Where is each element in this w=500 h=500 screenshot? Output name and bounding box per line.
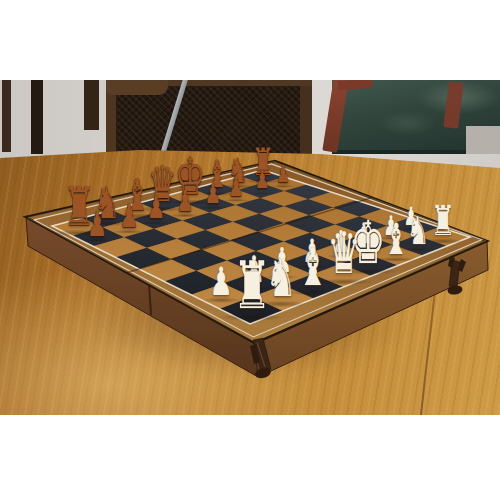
piece-white-bishop-c1: ♝ bbox=[298, 241, 329, 293]
piece-black-pawn-h7: ♟ bbox=[276, 163, 290, 187]
auction-photo-frame: ♜♞♝♛♚♝♞♜♟♟♟♟♟♟♟♟♟♟♟♟♟♟♟♟♜♞♝♛♚♝♞♜ bbox=[0, 0, 500, 500]
photograph: ♜♞♝♛♚♝♞♜♟♟♟♟♟♟♟♟♟♟♟♟♟♟♟♟♜♞♝♛♚♝♞♜ bbox=[0, 80, 500, 415]
piece-white-rook-h1: ♜ bbox=[431, 200, 456, 242]
piece-white-bishop-f1: ♝ bbox=[383, 217, 409, 260]
piece-black-pawn-d7: ♟ bbox=[177, 187, 194, 216]
piece-black-pawn-f7: ♟ bbox=[228, 175, 243, 201]
piece-white-knight-g1: ♞ bbox=[407, 212, 430, 250]
letterbox-top bbox=[0, 0, 500, 80]
piece-black-pawn-e7: ♟ bbox=[205, 181, 221, 209]
pieces-layer: ♜♞♝♛♚♝♞♜♟♟♟♟♟♟♟♟♟♟♟♟♟♟♟♟♜♞♝♛♚♝♞♜ bbox=[0, 80, 500, 415]
piece-white-queen-d1: ♛ bbox=[327, 225, 361, 283]
letterbox-bottom bbox=[0, 415, 500, 500]
piece-white-pawn-a2: ♟ bbox=[209, 262, 232, 301]
piece-black-pawn-g7: ♟ bbox=[255, 169, 270, 194]
piece-white-rook-a1: ♜ bbox=[233, 253, 271, 318]
piece-black-pawn-c7: ♟ bbox=[147, 193, 165, 224]
piece-black-pawn-b7: ♟ bbox=[120, 200, 139, 232]
piece-black-pawn-a7: ♟ bbox=[87, 207, 107, 241]
